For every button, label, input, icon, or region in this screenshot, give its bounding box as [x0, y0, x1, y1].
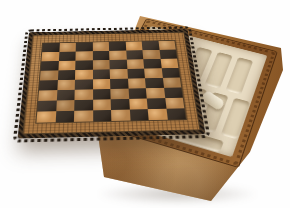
square-a8[interactable] — [42, 43, 59, 52]
square-h4[interactable] — [162, 78, 181, 88]
square-f7[interactable] — [126, 50, 143, 59]
square-b7[interactable] — [58, 52, 75, 61]
square-g1[interactable] — [148, 109, 168, 120]
square-g5[interactable] — [144, 68, 162, 78]
square-d8[interactable] — [92, 42, 109, 51]
square-c3[interactable] — [74, 89, 92, 100]
square-a7[interactable] — [41, 52, 59, 61]
square-b1[interactable] — [55, 111, 74, 122]
square-e8[interactable] — [109, 42, 126, 51]
square-g4[interactable] — [145, 78, 164, 88]
square-g2[interactable] — [147, 98, 166, 109]
square-b3[interactable] — [56, 90, 74, 101]
square-f6[interactable] — [126, 59, 144, 69]
square-d7[interactable] — [92, 51, 109, 60]
square-e6[interactable] — [109, 60, 127, 70]
board-rope-trim — [18, 29, 206, 138]
square-a3[interactable] — [38, 90, 57, 101]
square-g3[interactable] — [146, 88, 165, 99]
square-a6[interactable] — [41, 61, 59, 71]
board-grid — [35, 40, 187, 124]
square-f1[interactable] — [129, 109, 148, 120]
square-b5[interactable] — [57, 70, 75, 80]
square-h3[interactable] — [164, 87, 183, 98]
chess-board — [18, 29, 206, 138]
square-a2[interactable] — [37, 101, 56, 112]
square-f4[interactable] — [127, 78, 145, 88]
square-b2[interactable] — [56, 100, 75, 111]
board-border-band — [22, 32, 200, 134]
square-d1[interactable] — [93, 110, 112, 121]
square-d6[interactable] — [92, 60, 109, 70]
square-d2[interactable] — [93, 99, 111, 110]
square-a1[interactable] — [36, 111, 55, 123]
square-g6[interactable] — [143, 59, 161, 69]
square-b4[interactable] — [57, 80, 75, 90]
square-f5[interactable] — [127, 69, 145, 79]
square-h5[interactable] — [161, 68, 180, 78]
square-e2[interactable] — [111, 99, 130, 110]
square-h6[interactable] — [160, 59, 178, 69]
square-d3[interactable] — [93, 89, 111, 100]
square-a4[interactable] — [39, 80, 57, 90]
square-c8[interactable] — [76, 42, 93, 51]
square-c4[interactable] — [75, 79, 93, 89]
square-e1[interactable] — [111, 110, 130, 121]
square-g8[interactable] — [142, 41, 159, 50]
square-c7[interactable] — [75, 51, 92, 60]
square-g7[interactable] — [142, 50, 160, 59]
square-e3[interactable] — [110, 89, 128, 100]
square-d4[interactable] — [92, 79, 110, 89]
square-e7[interactable] — [109, 51, 126, 60]
square-f8[interactable] — [125, 41, 142, 50]
square-c1[interactable] — [74, 110, 93, 121]
product-photo-scene — [0, 0, 290, 208]
square-b8[interactable] — [59, 43, 76, 52]
square-e5[interactable] — [110, 69, 128, 79]
square-h2[interactable] — [165, 98, 185, 109]
square-c2[interactable] — [74, 100, 92, 111]
square-f3[interactable] — [128, 88, 147, 99]
square-e4[interactable] — [110, 79, 128, 89]
square-f2[interactable] — [129, 99, 148, 110]
square-b6[interactable] — [58, 61, 76, 71]
square-c5[interactable] — [75, 70, 93, 80]
square-a5[interactable] — [40, 70, 58, 80]
square-c6[interactable] — [75, 60, 92, 70]
square-d5[interactable] — [92, 69, 110, 79]
square-h7[interactable] — [159, 50, 177, 59]
square-h1[interactable] — [166, 108, 186, 119]
square-h8[interactable] — [158, 41, 176, 50]
